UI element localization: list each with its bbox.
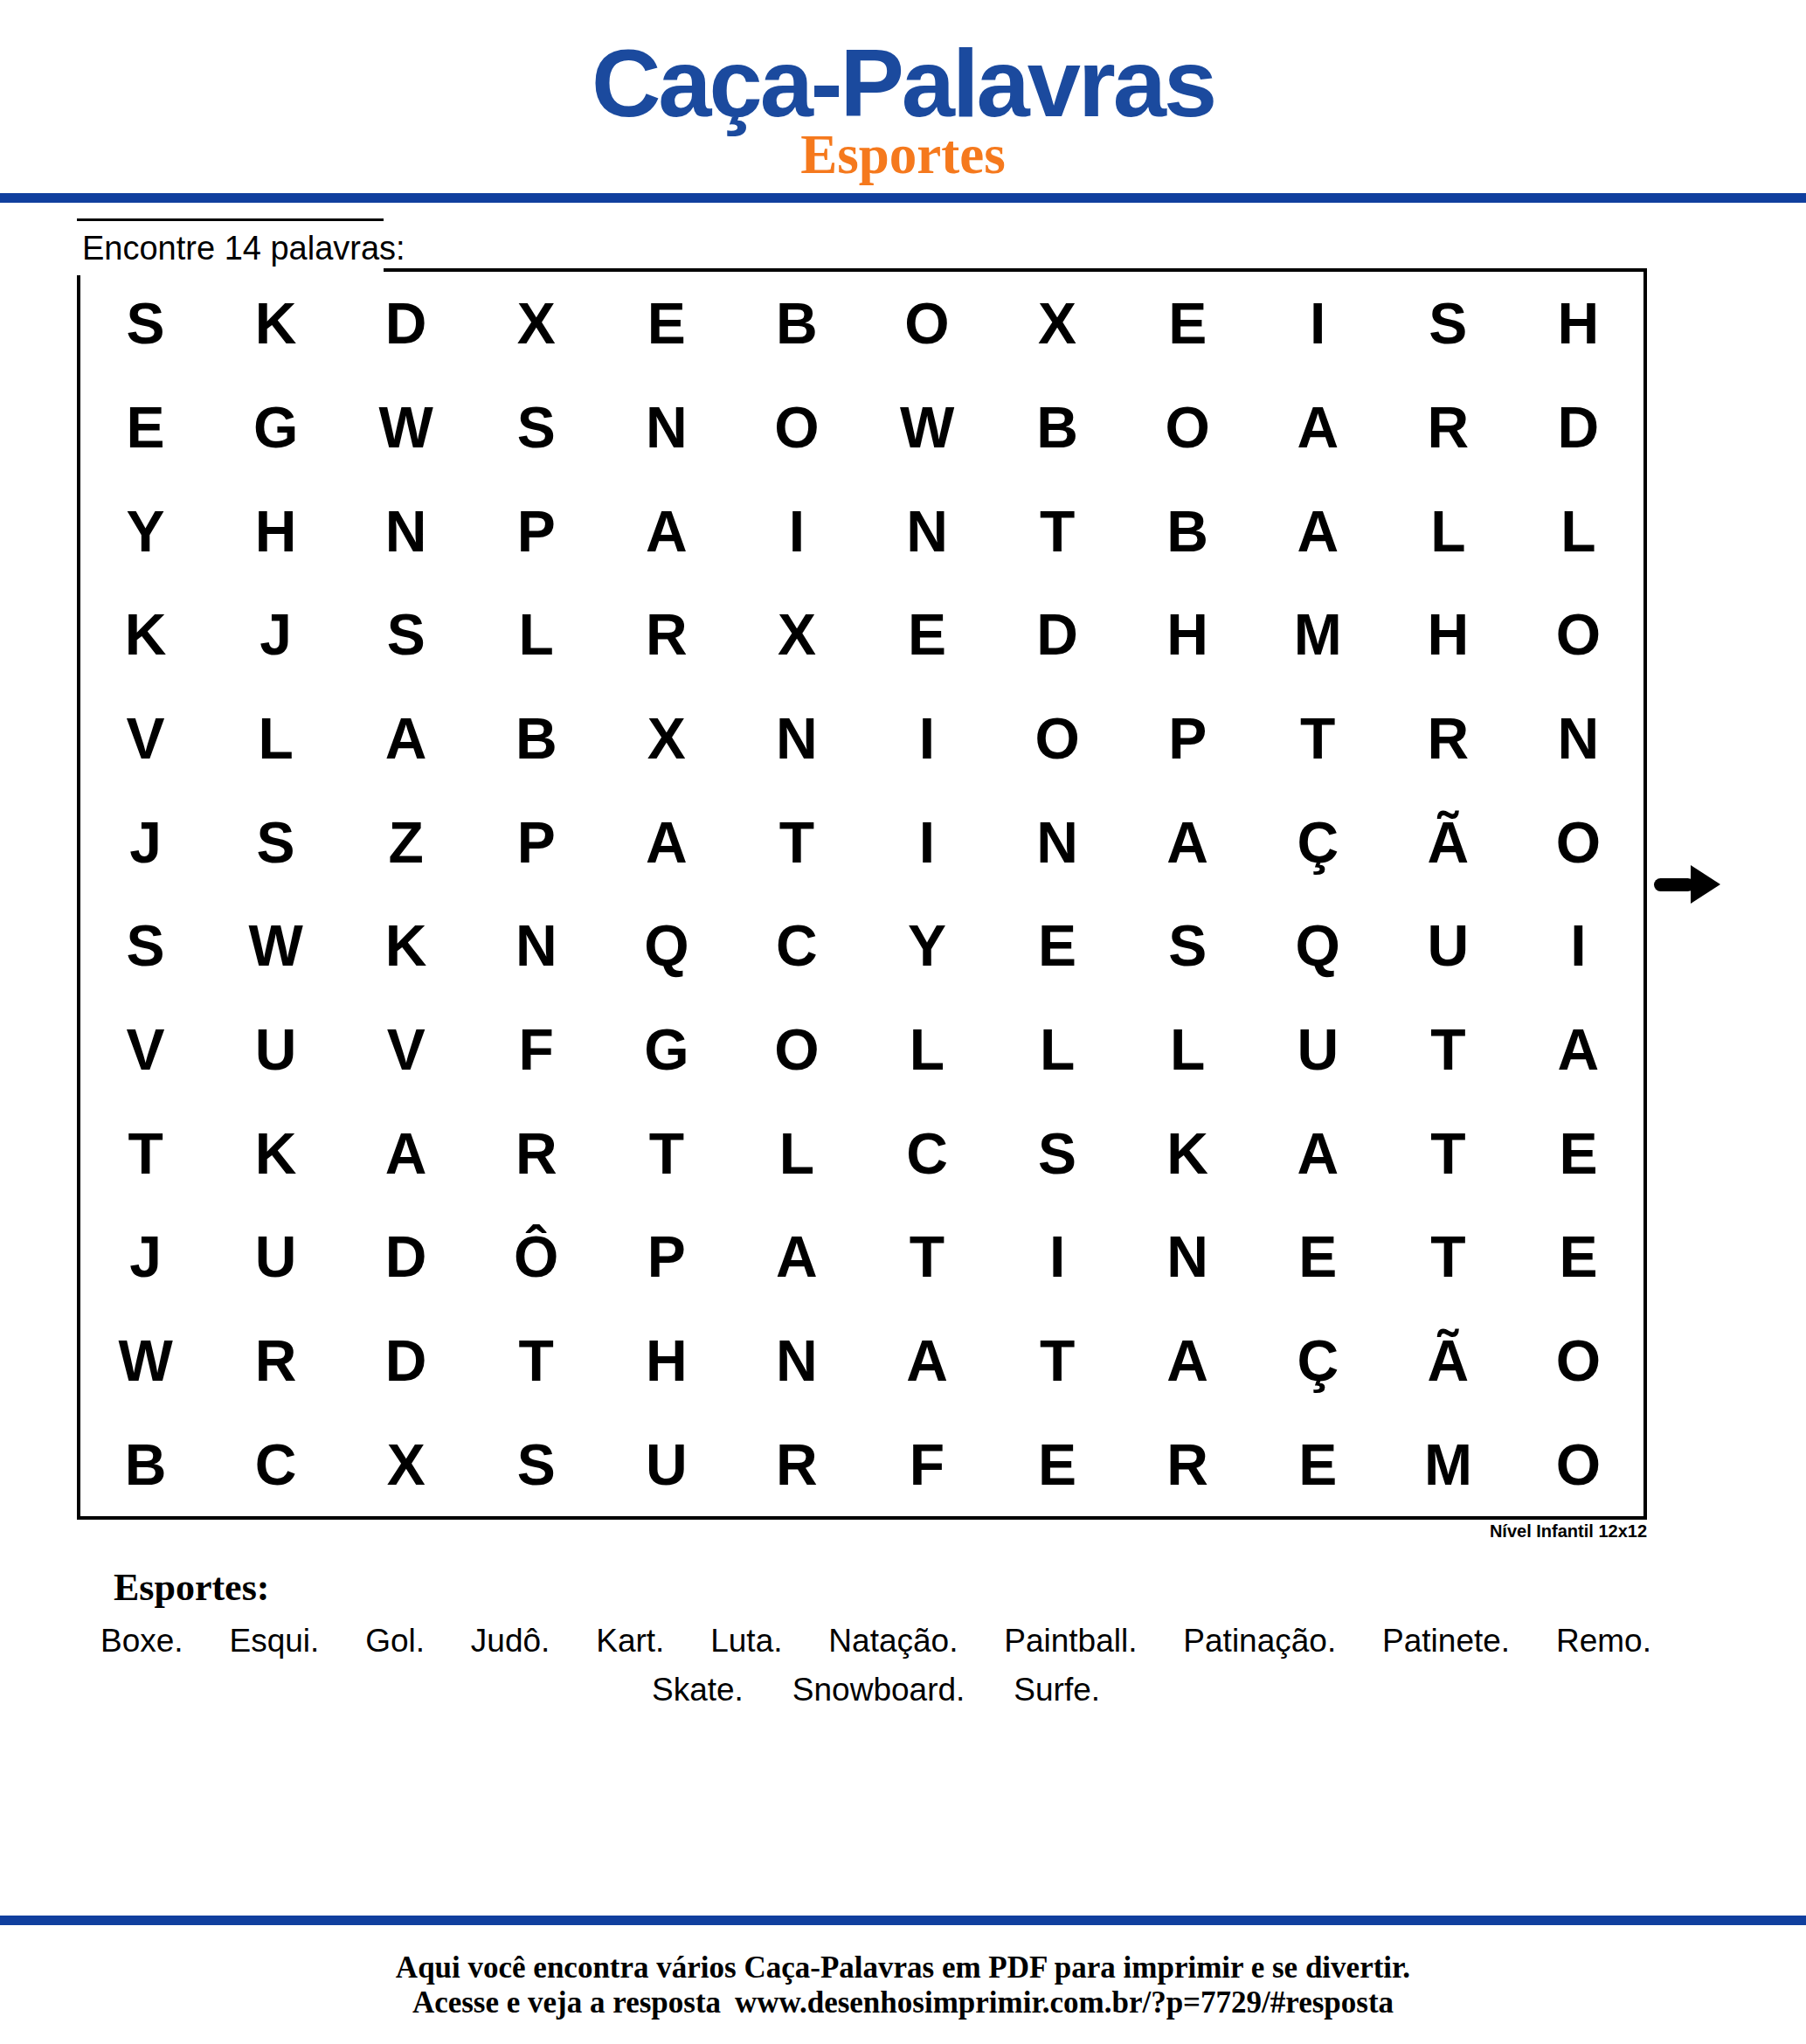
grid-cell: Ç xyxy=(1297,814,1339,871)
grid-cell: E xyxy=(1559,1228,1597,1285)
grid-cell: S xyxy=(127,294,165,352)
grid-cell: T xyxy=(128,1125,163,1182)
footer-answer-prefix: Acesse e veja a resposta xyxy=(412,1985,721,2020)
grid-cell: A xyxy=(646,502,688,560)
grid-cell: A xyxy=(1297,398,1339,456)
grid-cell: A xyxy=(776,1228,818,1285)
grid-cell: N xyxy=(1558,710,1600,767)
word-list-heading: Esportes: xyxy=(114,1569,269,1607)
right-arrow-icon xyxy=(1654,865,1720,904)
grid-cell: R xyxy=(776,1436,818,1493)
grid-cell: V xyxy=(387,1021,426,1078)
right-arrow-head xyxy=(1691,865,1720,904)
grid-cell: O xyxy=(1034,710,1079,767)
word-list-item: Patinete. xyxy=(1382,1624,1510,1659)
grid-cell: N xyxy=(1036,814,1078,871)
grid-cell: Y xyxy=(908,917,946,974)
grid-cell: L xyxy=(779,1125,814,1182)
grid-frame: SKDXEBOXEISHEGWSNOWBOARDYHNPAINTBALLKJSL… xyxy=(77,268,1647,1520)
grid-cell: P xyxy=(517,502,556,560)
grid-cell: R xyxy=(1428,398,1470,456)
grid-cell: D xyxy=(385,294,427,352)
grid-cell: A xyxy=(1297,1125,1339,1182)
grid-cell: I xyxy=(1310,294,1325,352)
level-label: Nível Infantil 12x12 xyxy=(77,1521,1647,1542)
grid-cell: B xyxy=(516,710,557,767)
grid-cell: L xyxy=(1560,502,1595,560)
grid-cell: O xyxy=(904,294,949,352)
grid-cell: O xyxy=(1556,606,1601,663)
grid-cell: H xyxy=(1166,606,1208,663)
grid-cell: I xyxy=(919,710,935,767)
grid-cell: Ô xyxy=(514,1228,558,1285)
grid-cell: X xyxy=(778,606,816,663)
grid-cell: N xyxy=(776,710,818,767)
grid-cell: R xyxy=(1428,710,1470,767)
word-list-item: Gol. xyxy=(365,1624,425,1659)
grid-cell: K xyxy=(385,917,427,974)
page: Caça-Palavras Esportes Encontre 14 palav… xyxy=(0,0,1806,2044)
word-list-item: Natação. xyxy=(828,1624,958,1659)
grid-cell: H xyxy=(255,502,297,560)
word-list-item: Surfe. xyxy=(1014,1673,1100,1708)
grid-cell: T xyxy=(519,1332,554,1389)
grid-cell: L xyxy=(1040,1021,1075,1078)
grid-cell: S xyxy=(127,917,165,974)
grid-cell: E xyxy=(1298,1228,1337,1285)
grid-cell: O xyxy=(774,398,819,456)
word-list-item: Kart. xyxy=(596,1624,664,1659)
grid-cell: R xyxy=(646,606,688,663)
grid-cell: O xyxy=(1556,1332,1601,1389)
grid-cell: M xyxy=(1294,606,1342,663)
grid-cell: N xyxy=(906,502,948,560)
grid-cell: V xyxy=(127,710,165,767)
grid-cell: L xyxy=(1170,1021,1205,1078)
grid-cell: K xyxy=(1166,1125,1208,1182)
grid-cell: X xyxy=(387,1436,426,1493)
grid-cell: Ã xyxy=(1428,1332,1470,1389)
word-list-item: Skate. xyxy=(652,1673,744,1708)
top-rule xyxy=(0,193,1806,203)
grid-cell: N xyxy=(385,502,427,560)
grid-cell: N xyxy=(776,1332,818,1389)
grid-cell: T xyxy=(779,814,814,871)
grid-cell: B xyxy=(125,1436,167,1493)
grid-cell: P xyxy=(517,814,556,871)
grid-cell: H xyxy=(1428,606,1470,663)
grid-cell: O xyxy=(1556,814,1601,871)
grid-cell: W xyxy=(900,398,954,456)
grid-cell: U xyxy=(1428,917,1470,974)
grid-cell: S xyxy=(1429,294,1467,352)
grid-cell: T xyxy=(1430,1021,1465,1078)
grid-cell: S xyxy=(517,1436,556,1493)
grid-cell: C xyxy=(255,1436,297,1493)
grid-cell: A xyxy=(385,710,427,767)
grid-cell: Ç xyxy=(1297,1332,1339,1389)
grid-cell: E xyxy=(647,294,686,352)
grid-cell: U xyxy=(255,1021,297,1078)
grid-cell: H xyxy=(1558,294,1600,352)
grid-cell: D xyxy=(385,1228,427,1285)
grid-cell: E xyxy=(1559,1125,1597,1182)
grid-cell: D xyxy=(1558,398,1600,456)
grid-cell: W xyxy=(379,398,433,456)
grid-cell: O xyxy=(1556,1436,1601,1493)
grid-cell: L xyxy=(258,710,293,767)
grid-cell: B xyxy=(776,294,818,352)
grid-cell: P xyxy=(1168,710,1207,767)
grid-cell: G xyxy=(253,398,298,456)
grid-cell: C xyxy=(906,1125,948,1182)
grid-cell: A xyxy=(1166,1332,1208,1389)
grid-cell: T xyxy=(1040,502,1075,560)
grid-cell: S xyxy=(517,398,556,456)
grid-cell: M xyxy=(1424,1436,1472,1493)
grid-cell: B xyxy=(1166,502,1208,560)
grid-cell: N xyxy=(646,398,688,456)
grid-cell: N xyxy=(516,917,557,974)
grid-cell: K xyxy=(125,606,167,663)
grid-cell: J xyxy=(129,814,162,871)
word-list-item: Patinação. xyxy=(1183,1624,1336,1659)
grid-cell: I xyxy=(1049,1228,1065,1285)
page-title: Caça-Palavras xyxy=(0,35,1806,131)
grid-cell: A xyxy=(385,1125,427,1182)
grid-cell: S xyxy=(387,606,426,663)
page-subtitle: Esportes xyxy=(0,128,1806,183)
grid-cell: A xyxy=(906,1332,948,1389)
instruction-label: Encontre 14 palavras: xyxy=(77,218,384,275)
grid-cell: I xyxy=(789,502,805,560)
grid-cell: N xyxy=(1166,1228,1208,1285)
grid-cell: L xyxy=(910,1021,945,1078)
grid-cell: Q xyxy=(1296,917,1340,974)
word-list-item: Paintball. xyxy=(1004,1624,1137,1659)
grid-cell: L xyxy=(519,606,554,663)
grid-cell: S xyxy=(1168,917,1207,974)
grid-cell: W xyxy=(248,917,302,974)
grid-cell: A xyxy=(1297,502,1339,560)
grid-cell: U xyxy=(255,1228,297,1285)
grid-cell: T xyxy=(1430,1228,1465,1285)
grid-cell: A xyxy=(646,814,688,871)
word-list-item: Esqui. xyxy=(229,1624,319,1659)
grid-cell: Ã xyxy=(1428,814,1470,871)
grid-cell: E xyxy=(1168,294,1207,352)
grid-cell: S xyxy=(1038,1125,1076,1182)
word-list-item: Boxe. xyxy=(100,1624,183,1659)
grid-cell: A xyxy=(1166,814,1208,871)
grid-cell: T xyxy=(910,1228,945,1285)
grid-cell: A xyxy=(1558,1021,1600,1078)
grid-cell: D xyxy=(1036,606,1078,663)
grid-cell: Y xyxy=(127,502,165,560)
grid-cell: T xyxy=(1040,1332,1075,1389)
grid-cell: R xyxy=(1166,1436,1208,1493)
grid-cell: V xyxy=(127,1021,165,1078)
answer-url[interactable]: www.desenhosimprimir.com.br/?p=7729/#res… xyxy=(735,1985,1394,2020)
grid-cell: K xyxy=(255,1125,297,1182)
grid-cell: K xyxy=(255,294,297,352)
bottom-rule xyxy=(0,1916,1806,1925)
grid-cell: U xyxy=(1297,1021,1339,1078)
grid-cell: X xyxy=(517,294,556,352)
grid-cell: E xyxy=(1038,917,1076,974)
word-list-item: Luta. xyxy=(710,1624,782,1659)
grid-cell: L xyxy=(1430,502,1465,560)
grid-cell: X xyxy=(1038,294,1076,352)
grid-cell: S xyxy=(257,814,295,871)
grid-cell: F xyxy=(910,1436,945,1493)
grid-cell: J xyxy=(259,606,292,663)
grid-cell: J xyxy=(129,1228,162,1285)
grid-cell: T xyxy=(1430,1125,1465,1182)
word-list-item: Judô. xyxy=(471,1624,550,1659)
grid-cell: G xyxy=(644,1021,688,1078)
footer-text: Aqui você encontra vários Caça-Palavras … xyxy=(0,1950,1806,1986)
grid-cell: T xyxy=(1300,710,1335,767)
grid-cell: Q xyxy=(644,917,688,974)
grid-cell: O xyxy=(1166,398,1210,456)
grid-cell: B xyxy=(1036,398,1078,456)
grid-cell: R xyxy=(255,1332,297,1389)
word-list-item: Snowboard. xyxy=(792,1673,965,1708)
word-grid: SKDXEBOXEISHEGWSNOWBOARDYHNPAINTBALLKJSL… xyxy=(80,272,1643,1516)
grid-cell: E xyxy=(1038,1436,1076,1493)
right-arrow-tail xyxy=(1654,878,1694,891)
grid-cell: I xyxy=(919,814,935,871)
grid-cell: E xyxy=(908,606,946,663)
grid-cell: H xyxy=(646,1332,688,1389)
grid-cell: P xyxy=(647,1228,686,1285)
grid-cell: O xyxy=(774,1021,819,1078)
grid-cell: T xyxy=(649,1125,684,1182)
grid-cell: E xyxy=(127,398,165,456)
grid-cell: F xyxy=(519,1021,554,1078)
word-list-item: Remo. xyxy=(1556,1624,1651,1659)
word-list-line2: Skate.Snowboard.Surfe. xyxy=(100,1673,1651,1708)
grid-cell: R xyxy=(516,1125,557,1182)
word-list-line1: Boxe.Esqui.Gol.Judô.Kart.Luta.Natação.Pa… xyxy=(100,1624,1651,1659)
grid-cell: U xyxy=(646,1436,688,1493)
grid-cell: Z xyxy=(389,814,424,871)
grid-cell: W xyxy=(118,1332,172,1389)
grid-cell: I xyxy=(1570,917,1586,974)
grid-cell: C xyxy=(776,917,818,974)
grid-cell: X xyxy=(647,710,686,767)
grid-cell: E xyxy=(1298,1436,1337,1493)
footer-answer-line: Acesse e veja a respostawww.desenhosimpr… xyxy=(0,1985,1806,2021)
grid-cell: D xyxy=(385,1332,427,1389)
